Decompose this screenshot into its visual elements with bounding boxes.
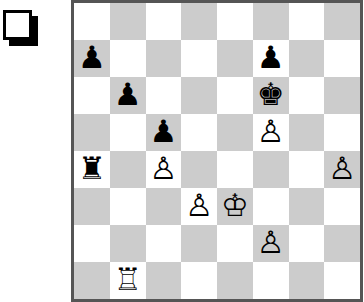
square-d7[interactable] bbox=[181, 40, 217, 77]
square-h5[interactable] bbox=[324, 114, 360, 151]
square-a5[interactable] bbox=[74, 114, 110, 151]
square-b3[interactable] bbox=[110, 188, 146, 225]
square-f4[interactable] bbox=[253, 151, 289, 188]
square-d8[interactable] bbox=[181, 3, 217, 40]
square-d5[interactable] bbox=[181, 114, 217, 151]
square-h2[interactable] bbox=[324, 225, 360, 262]
square-f7[interactable]: ♟ bbox=[253, 40, 289, 77]
square-g8[interactable] bbox=[289, 3, 325, 40]
square-f1[interactable] bbox=[253, 262, 289, 299]
square-b6[interactable]: ♟ bbox=[110, 77, 146, 114]
black-pawn-f7[interactable]: ♟ bbox=[257, 42, 285, 73]
white-pawn-h4[interactable]: ♙ bbox=[328, 153, 356, 184]
square-d4[interactable] bbox=[181, 151, 217, 188]
black-rook-a4[interactable]: ♜ bbox=[78, 153, 106, 184]
square-h1[interactable] bbox=[324, 262, 360, 299]
black-pawn-c5[interactable]: ♟ bbox=[149, 116, 177, 147]
square-b4[interactable] bbox=[110, 151, 146, 188]
square-g4[interactable] bbox=[289, 151, 325, 188]
white-pawn-f2[interactable]: ♙ bbox=[257, 227, 285, 258]
square-c7[interactable] bbox=[146, 40, 182, 77]
white-pawn-d3[interactable]: ♙ bbox=[185, 190, 213, 221]
square-e5[interactable] bbox=[217, 114, 253, 151]
square-c4[interactable]: ♙ bbox=[146, 151, 182, 188]
square-g7[interactable] bbox=[289, 40, 325, 77]
square-a2[interactable] bbox=[74, 225, 110, 262]
square-e3[interactable]: ♔ bbox=[217, 188, 253, 225]
square-b5[interactable] bbox=[110, 114, 146, 151]
square-e4[interactable] bbox=[217, 151, 253, 188]
square-d3[interactable]: ♙ bbox=[181, 188, 217, 225]
square-b8[interactable] bbox=[110, 3, 146, 40]
square-c3[interactable] bbox=[146, 188, 182, 225]
square-e6[interactable] bbox=[217, 77, 253, 114]
square-e2[interactable] bbox=[217, 225, 253, 262]
square-g6[interactable] bbox=[289, 77, 325, 114]
square-f8[interactable] bbox=[253, 3, 289, 40]
square-a8[interactable] bbox=[74, 3, 110, 40]
square-c5[interactable]: ♟ bbox=[146, 114, 182, 151]
white-king-e3[interactable]: ♔ bbox=[221, 190, 249, 221]
square-a7[interactable]: ♟ bbox=[74, 40, 110, 77]
square-g5[interactable] bbox=[289, 114, 325, 151]
square-a6[interactable] bbox=[74, 77, 110, 114]
chess-board: ♟♟♟♚♟♙♜♙♙♙♔♙♖ bbox=[71, 0, 363, 302]
square-c2[interactable] bbox=[146, 225, 182, 262]
square-e1[interactable] bbox=[217, 262, 253, 299]
square-h4[interactable]: ♙ bbox=[324, 151, 360, 188]
square-c1[interactable] bbox=[146, 262, 182, 299]
square-a3[interactable] bbox=[74, 188, 110, 225]
square-d2[interactable] bbox=[181, 225, 217, 262]
square-f2[interactable]: ♙ bbox=[253, 225, 289, 262]
square-d6[interactable] bbox=[181, 77, 217, 114]
chess-diagram: ♟♟♟♚♟♙♜♙♙♙♔♙♖ bbox=[0, 0, 364, 302]
square-g3[interactable] bbox=[289, 188, 325, 225]
white-pawn-f5[interactable]: ♙ bbox=[257, 116, 285, 147]
square-b7[interactable] bbox=[110, 40, 146, 77]
square-b2[interactable] bbox=[110, 225, 146, 262]
square-c6[interactable] bbox=[146, 77, 182, 114]
square-g2[interactable] bbox=[289, 225, 325, 262]
square-h3[interactable] bbox=[324, 188, 360, 225]
black-pawn-a7[interactable]: ♟ bbox=[78, 42, 106, 73]
white-rook-b1[interactable]: ♖ bbox=[114, 264, 142, 295]
square-a4[interactable]: ♜ bbox=[74, 151, 110, 188]
square-f6[interactable]: ♚ bbox=[253, 77, 289, 114]
square-f3[interactable] bbox=[253, 188, 289, 225]
square-e8[interactable] bbox=[217, 3, 253, 40]
black-king-f6[interactable]: ♚ bbox=[257, 79, 285, 110]
white-to-move-indicator bbox=[3, 10, 32, 40]
square-e7[interactable] bbox=[217, 40, 253, 77]
square-b1[interactable]: ♖ bbox=[110, 262, 146, 299]
square-c8[interactable] bbox=[146, 3, 182, 40]
black-pawn-b6[interactable]: ♟ bbox=[114, 79, 142, 110]
square-a1[interactable] bbox=[74, 262, 110, 299]
square-h6[interactable] bbox=[324, 77, 360, 114]
white-pawn-c4[interactable]: ♙ bbox=[149, 153, 177, 184]
square-h7[interactable] bbox=[324, 40, 360, 77]
square-g1[interactable] bbox=[289, 262, 325, 299]
square-h8[interactable] bbox=[324, 3, 360, 40]
square-f5[interactable]: ♙ bbox=[253, 114, 289, 151]
square-d1[interactable] bbox=[181, 262, 217, 299]
